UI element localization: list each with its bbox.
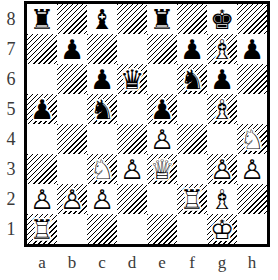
square-e7[interactable] bbox=[147, 34, 177, 64]
square-d4[interactable] bbox=[117, 124, 147, 154]
chess-board: ♜♝♜♚♟♟♝♗♟♟♛♞♟♟♞♟♝♗♟♙♞♘♞♘♟♙♛♕♟♙♟♙♟♙♟♙♟♙♜♖… bbox=[27, 4, 267, 244]
rank-label-2: 2 bbox=[0, 184, 22, 214]
piece-white-pawn-d3: ♙ bbox=[117, 154, 147, 184]
square-d2[interactable] bbox=[117, 184, 147, 214]
square-e8[interactable]: ♜ bbox=[147, 4, 177, 34]
square-c8[interactable]: ♝ bbox=[87, 4, 117, 34]
square-d8[interactable] bbox=[117, 4, 147, 34]
file-label-e: e bbox=[147, 252, 177, 274]
square-f8[interactable] bbox=[177, 4, 207, 34]
chess-diagram-page: 87654321 ♜♝♜♚♟♟♝♗♟♟♛♞♟♟♞♟♝♗♟♙♞♘♞♘♟♙♛♕♟♙♟… bbox=[0, 0, 278, 280]
piece-white-pawn-g3: ♙ bbox=[207, 154, 237, 184]
piece-white-rook-f2: ♖ bbox=[177, 184, 207, 214]
rank-label-6: 6 bbox=[0, 64, 22, 94]
square-d1[interactable] bbox=[117, 214, 147, 244]
square-h5[interactable] bbox=[237, 94, 267, 124]
piece-white-pawn-b2: ♙ bbox=[57, 184, 87, 214]
piece-black-knight-c5: ♞ bbox=[87, 94, 117, 124]
square-f2[interactable]: ♜♖ bbox=[177, 184, 207, 214]
square-a6[interactable] bbox=[27, 64, 57, 94]
piece-black-rook-e8: ♜ bbox=[147, 4, 177, 34]
square-h7[interactable]: ♟ bbox=[237, 34, 267, 64]
piece-white-king-g1: ♔ bbox=[207, 214, 237, 244]
file-label-g: g bbox=[207, 252, 237, 274]
square-d3[interactable]: ♟♙ bbox=[117, 154, 147, 184]
piece-white-pawn-a2: ♙ bbox=[27, 184, 57, 214]
square-b4[interactable] bbox=[57, 124, 87, 154]
square-f5[interactable] bbox=[177, 94, 207, 124]
rank-label-4: 4 bbox=[0, 124, 22, 154]
file-label-h: h bbox=[237, 252, 267, 274]
piece-white-pawn-h3: ♙ bbox=[237, 154, 267, 184]
piece-white-bishop-g5: ♗ bbox=[207, 94, 237, 124]
square-f7[interactable]: ♟ bbox=[177, 34, 207, 64]
piece-black-pawn-a5: ♟ bbox=[27, 94, 57, 124]
square-a1[interactable]: ♜♖ bbox=[27, 214, 57, 244]
file-label-d: d bbox=[117, 252, 147, 274]
square-b5[interactable] bbox=[57, 94, 87, 124]
square-g4[interactable] bbox=[207, 124, 237, 154]
square-g7[interactable]: ♝♗ bbox=[207, 34, 237, 64]
file-label-f: f bbox=[177, 252, 207, 274]
square-c5[interactable]: ♞ bbox=[87, 94, 117, 124]
square-e3[interactable]: ♛♕ bbox=[147, 154, 177, 184]
square-f6[interactable]: ♞ bbox=[177, 64, 207, 94]
square-b7[interactable]: ♟ bbox=[57, 34, 87, 64]
square-h1[interactable] bbox=[237, 214, 267, 244]
square-a2[interactable]: ♟♙ bbox=[27, 184, 57, 214]
piece-white-pawn-c2: ♙ bbox=[87, 184, 117, 214]
piece-white-rook-a1: ♖ bbox=[27, 214, 57, 244]
square-b2[interactable]: ♟♙ bbox=[57, 184, 87, 214]
square-f3[interactable] bbox=[177, 154, 207, 184]
piece-white-pawn-e4: ♙ bbox=[147, 124, 177, 154]
piece-black-knight-f6: ♞ bbox=[177, 64, 207, 94]
piece-black-pawn-h7: ♟ bbox=[237, 34, 267, 64]
square-f1[interactable] bbox=[177, 214, 207, 244]
square-h4[interactable]: ♞♘ bbox=[237, 124, 267, 154]
square-g6[interactable]: ♟ bbox=[207, 64, 237, 94]
square-a5[interactable]: ♟ bbox=[27, 94, 57, 124]
square-d7[interactable] bbox=[117, 34, 147, 64]
rank-label-8: 8 bbox=[0, 4, 22, 34]
square-c7[interactable] bbox=[87, 34, 117, 64]
square-f4[interactable] bbox=[177, 124, 207, 154]
piece-black-queen-d6: ♛ bbox=[117, 64, 147, 94]
square-a7[interactable] bbox=[27, 34, 57, 64]
square-h2[interactable] bbox=[237, 184, 267, 214]
square-c3[interactable]: ♞♘ bbox=[87, 154, 117, 184]
square-c4[interactable] bbox=[87, 124, 117, 154]
file-label-b: b bbox=[57, 252, 87, 274]
file-label-c: c bbox=[87, 252, 117, 274]
rank-label-7: 7 bbox=[0, 34, 22, 64]
file-label-a: a bbox=[27, 252, 57, 274]
piece-white-knight-h4: ♘ bbox=[237, 124, 267, 154]
square-h6[interactable] bbox=[237, 64, 267, 94]
square-h3[interactable]: ♟♙ bbox=[237, 154, 267, 184]
piece-black-pawn-g6: ♟ bbox=[207, 64, 237, 94]
square-g2[interactable]: ♝♗ bbox=[207, 184, 237, 214]
square-g8[interactable]: ♚ bbox=[207, 4, 237, 34]
piece-white-knight-c3: ♘ bbox=[87, 154, 117, 184]
square-c1[interactable] bbox=[87, 214, 117, 244]
square-b1[interactable] bbox=[57, 214, 87, 244]
square-e2[interactable] bbox=[147, 184, 177, 214]
square-c2[interactable]: ♟♙ bbox=[87, 184, 117, 214]
piece-black-king-g8: ♚ bbox=[207, 4, 237, 34]
piece-white-queen-e3: ♕ bbox=[147, 154, 177, 184]
square-g5[interactable]: ♝♗ bbox=[207, 94, 237, 124]
rank-label-3: 3 bbox=[0, 154, 22, 184]
piece-black-rook-a8: ♜ bbox=[27, 4, 57, 34]
square-c6[interactable]: ♟ bbox=[87, 64, 117, 94]
piece-black-bishop-c8: ♝ bbox=[87, 4, 117, 34]
square-d5[interactable] bbox=[117, 94, 147, 124]
piece-white-bishop-g7: ♗ bbox=[207, 34, 237, 64]
board-frame: ♜♝♜♚♟♟♝♗♟♟♛♞♟♟♞♟♝♗♟♙♞♘♞♘♟♙♛♕♟♙♟♙♟♙♟♙♟♙♜♖… bbox=[24, 1, 270, 247]
square-e5[interactable]: ♟ bbox=[147, 94, 177, 124]
piece-white-bishop-g2: ♗ bbox=[207, 184, 237, 214]
square-a8[interactable]: ♜ bbox=[27, 4, 57, 34]
square-b6[interactable] bbox=[57, 64, 87, 94]
square-e4[interactable]: ♟♙ bbox=[147, 124, 177, 154]
file-labels: abcdefgh bbox=[27, 252, 267, 274]
square-b3[interactable] bbox=[57, 154, 87, 184]
piece-black-pawn-c6: ♟ bbox=[87, 64, 117, 94]
square-g3[interactable]: ♟♙ bbox=[207, 154, 237, 184]
piece-black-pawn-b7: ♟ bbox=[57, 34, 87, 64]
piece-black-pawn-f7: ♟ bbox=[177, 34, 207, 64]
square-b8[interactable] bbox=[57, 4, 87, 34]
rank-label-1: 1 bbox=[0, 214, 22, 244]
square-h8[interactable] bbox=[237, 4, 267, 34]
square-g1[interactable]: ♚♔ bbox=[207, 214, 237, 244]
piece-black-pawn-e5: ♟ bbox=[147, 94, 177, 124]
square-d6[interactable]: ♛ bbox=[117, 64, 147, 94]
square-e6[interactable] bbox=[147, 64, 177, 94]
rank-label-5: 5 bbox=[0, 94, 22, 124]
rank-labels: 87654321 bbox=[0, 4, 22, 244]
square-e1[interactable] bbox=[147, 214, 177, 244]
square-a4[interactable] bbox=[27, 124, 57, 154]
square-a3[interactable] bbox=[27, 154, 57, 184]
